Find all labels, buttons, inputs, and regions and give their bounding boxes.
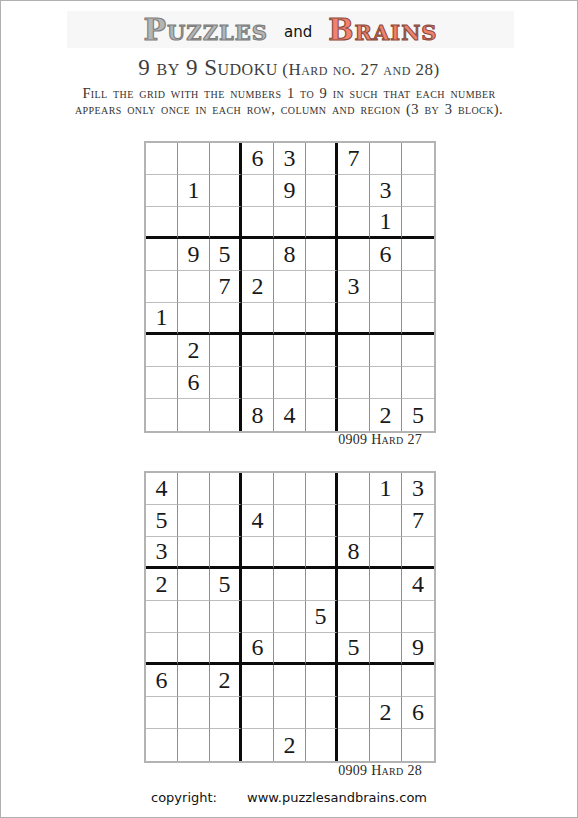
- g2-cell-r5c4: [242, 601, 274, 633]
- g1-cell-r7c6: [306, 335, 338, 367]
- page: Puzzles and Brains 9 by 9 Sudoku (Hard n…: [0, 0, 578, 818]
- g2-cell-r1c1: 4: [146, 473, 178, 505]
- g2-cell-r4c1: 2: [146, 569, 178, 601]
- g2-cell-r6c5: [274, 633, 306, 665]
- g2-cell-r8c9: 6: [402, 697, 434, 729]
- g1-cell-r7c1: [146, 335, 178, 367]
- g2-cell-r9c5: 2: [274, 729, 306, 761]
- g2-cell-r2c5: [274, 505, 306, 537]
- g1-cell-r7c8: [370, 335, 402, 367]
- g2-cell-r6c1: [146, 633, 178, 665]
- g1-cell-r4c8: 6: [370, 239, 402, 271]
- g2-cell-r4c8: [370, 569, 402, 601]
- g2-cell-r7c8: [370, 665, 402, 697]
- g2-cell-r1c7: [338, 473, 370, 505]
- g1-cell-r1c2: [178, 143, 210, 175]
- g2-cell-r1c4: [242, 473, 274, 505]
- g1-cell-r7c9: [402, 335, 434, 367]
- g1-cell-r9c2: [178, 399, 210, 431]
- logo-brains: Brains: [328, 15, 437, 45]
- g1-cell-r3c1: [146, 207, 178, 239]
- g1-cell-r4c5: 8: [274, 239, 306, 271]
- g1-cell-r1c1: [146, 143, 178, 175]
- g1-cell-r6c6: [306, 303, 338, 335]
- title-sub: (Hard no. 27 and 28): [282, 60, 440, 79]
- g2-cell-r9c1: [146, 729, 178, 761]
- g2-cell-r8c6: [306, 697, 338, 729]
- g2-cell-r2c4: 4: [242, 505, 274, 537]
- g2-cell-r6c2: [178, 633, 210, 665]
- g2-cell-r6c6: [306, 633, 338, 665]
- g1-cell-r6c9: [402, 303, 434, 335]
- g1-cell-r5c8: [370, 271, 402, 303]
- g2-cell-r3c7: 8: [338, 537, 370, 569]
- g1-cell-r2c8: 3: [370, 175, 402, 207]
- g2-cell-r9c7: [338, 729, 370, 761]
- logo-puzzles: Puzzles: [144, 15, 268, 45]
- g1-cell-r5c2: [178, 271, 210, 303]
- g2-cell-r3c3: [210, 537, 242, 569]
- g2-cell-r8c7: [338, 697, 370, 729]
- g2-cell-r2c8: [370, 505, 402, 537]
- g1-cell-r8c4: [242, 367, 274, 399]
- g2-cell-r6c3: [210, 633, 242, 665]
- g2-cell-r9c9: [402, 729, 434, 761]
- g1-cell-r5c5: [274, 271, 306, 303]
- sudoku-grid-hard-27: 637193195867231268425: [144, 141, 436, 433]
- g1-cell-r1c5: 3: [274, 143, 306, 175]
- g1-cell-r6c2: [178, 303, 210, 335]
- g1-cell-r9c9: 5: [402, 399, 434, 431]
- g1-cell-r6c8: [370, 303, 402, 335]
- g2-cell-r8c1: [146, 697, 178, 729]
- g1-cell-r3c7: [338, 207, 370, 239]
- g1-cell-r9c5: 4: [274, 399, 306, 431]
- g2-cell-r5c5: [274, 601, 306, 633]
- g1-cell-r1c8: [370, 143, 402, 175]
- g1-cell-r3c3: [210, 207, 242, 239]
- g2-cell-r2c6: [306, 505, 338, 537]
- g2-cell-r3c6: [306, 537, 338, 569]
- g1-cell-r9c6: [306, 399, 338, 431]
- g2-cell-r8c2: [178, 697, 210, 729]
- g2-cell-r7c3: 2: [210, 665, 242, 697]
- g2-cell-r9c6: [306, 729, 338, 761]
- instructions: Fill the grid with the numbers 1 to 9 in…: [1, 85, 577, 117]
- puzzle-label-hard-28: 0909 Hard 28: [144, 763, 436, 779]
- g2-cell-r7c9: [402, 665, 434, 697]
- g1-cell-r5c1: [146, 271, 178, 303]
- page-title: 9 by 9 Sudoku (Hard no. 27 and 28): [1, 55, 577, 81]
- g1-cell-r8c9: [402, 367, 434, 399]
- g1-cell-r9c1: [146, 399, 178, 431]
- g2-cell-r6c7: 5: [338, 633, 370, 665]
- g2-cell-r2c3: [210, 505, 242, 537]
- g1-cell-r4c4: [242, 239, 274, 271]
- g1-cell-r1c4: 6: [242, 143, 274, 175]
- g2-cell-r5c8: [370, 601, 402, 633]
- g2-cell-r5c1: [146, 601, 178, 633]
- g1-cell-r9c7: [338, 399, 370, 431]
- g1-cell-r8c3: [210, 367, 242, 399]
- g1-cell-r3c4: [242, 207, 274, 239]
- g1-cell-r8c1: [146, 367, 178, 399]
- g2-cell-r2c9: 7: [402, 505, 434, 537]
- g2-cell-r9c8: [370, 729, 402, 761]
- g1-cell-r2c5: 9: [274, 175, 306, 207]
- g2-cell-r3c4: [242, 537, 274, 569]
- g2-cell-r3c1: 3: [146, 537, 178, 569]
- g1-cell-r8c6: [306, 367, 338, 399]
- g1-cell-r2c7: [338, 175, 370, 207]
- g1-cell-r8c2: 6: [178, 367, 210, 399]
- g2-cell-r8c3: [210, 697, 242, 729]
- g2-cell-r5c2: [178, 601, 210, 633]
- g1-cell-r6c4: [242, 303, 274, 335]
- instructions-line-2: appears only once in each row, column an…: [1, 101, 577, 117]
- instructions-line-1: Fill the grid with the numbers 1 to 9 in…: [1, 85, 577, 101]
- g2-cell-r2c1: 5: [146, 505, 178, 537]
- g1-cell-r9c3: [210, 399, 242, 431]
- g2-cell-r1c2: [178, 473, 210, 505]
- g2-cell-r7c6: [306, 665, 338, 697]
- g1-cell-r5c7: 3: [338, 271, 370, 303]
- g2-cell-r1c5: [274, 473, 306, 505]
- g1-cell-r1c9: [402, 143, 434, 175]
- g1-cell-r2c4: [242, 175, 274, 207]
- g1-cell-r7c7: [338, 335, 370, 367]
- g1-cell-r1c7: 7: [338, 143, 370, 175]
- g1-cell-r3c6: [306, 207, 338, 239]
- g2-cell-r9c4: [242, 729, 274, 761]
- g1-cell-r5c3: 7: [210, 271, 242, 303]
- g1-cell-r7c4: [242, 335, 274, 367]
- g2-cell-r1c3: [210, 473, 242, 505]
- g1-cell-r9c4: 8: [242, 399, 274, 431]
- g1-cell-r8c5: [274, 367, 306, 399]
- g2-cell-r2c7: [338, 505, 370, 537]
- g1-cell-r2c1: [146, 175, 178, 207]
- g2-cell-r5c6: 5: [306, 601, 338, 633]
- g1-cell-r8c8: [370, 367, 402, 399]
- g2-cell-r3c5: [274, 537, 306, 569]
- g2-cell-r1c6: [306, 473, 338, 505]
- g1-cell-r7c2: 2: [178, 335, 210, 367]
- g2-cell-r4c2: [178, 569, 210, 601]
- g2-cell-r5c7: [338, 601, 370, 633]
- g1-cell-r4c1: [146, 239, 178, 271]
- g1-cell-r3c5: [274, 207, 306, 239]
- g1-cell-r4c6: [306, 239, 338, 271]
- g2-cell-r6c4: 6: [242, 633, 274, 665]
- g1-cell-r8c7: [338, 367, 370, 399]
- g1-cell-r2c3: [210, 175, 242, 207]
- g2-cell-r7c4: [242, 665, 274, 697]
- g2-cell-r7c1: 6: [146, 665, 178, 697]
- g2-cell-r4c5: [274, 569, 306, 601]
- g2-cell-r4c9: 4: [402, 569, 434, 601]
- g2-cell-r6c8: [370, 633, 402, 665]
- g2-cell-r7c7: [338, 665, 370, 697]
- g2-cell-r5c3: [210, 601, 242, 633]
- g2-cell-r9c2: [178, 729, 210, 761]
- g1-cell-r7c3: [210, 335, 242, 367]
- g2-cell-r8c4: [242, 697, 274, 729]
- g2-cell-r6c9: 9: [402, 633, 434, 665]
- g2-cell-r4c3: 5: [210, 569, 242, 601]
- g1-cell-r6c1: 1: [146, 303, 178, 335]
- g1-cell-r3c2: [178, 207, 210, 239]
- g1-cell-r6c7: [338, 303, 370, 335]
- g2-cell-r9c3: [210, 729, 242, 761]
- g1-cell-r3c8: 1: [370, 207, 402, 239]
- g1-cell-r4c7: [338, 239, 370, 271]
- logo-and: and: [284, 19, 312, 41]
- g2-cell-r4c7: [338, 569, 370, 601]
- g2-cell-r1c8: 1: [370, 473, 402, 505]
- footer: copyright: www.puzzlesandbrains.com: [1, 790, 577, 805]
- g1-cell-r2c2: 1: [178, 175, 210, 207]
- g1-cell-r1c6: [306, 143, 338, 175]
- g1-cell-r5c6: [306, 271, 338, 303]
- g2-cell-r5c9: [402, 601, 434, 633]
- g1-cell-r3c9: [402, 207, 434, 239]
- copyright-label: copyright:: [151, 790, 217, 805]
- g1-cell-r2c9: [402, 175, 434, 207]
- g2-cell-r4c4: [242, 569, 274, 601]
- puzzle-label-hard-27: 0909 Hard 27: [144, 432, 436, 448]
- logo-band: Puzzles and Brains: [67, 11, 514, 48]
- g1-cell-r9c8: 2: [370, 399, 402, 431]
- g2-cell-r8c8: 2: [370, 697, 402, 729]
- g2-cell-r4c6: [306, 569, 338, 601]
- g2-cell-r3c8: [370, 537, 402, 569]
- title-main: 9 by 9 Sudoku: [138, 55, 278, 80]
- g1-cell-r4c9: [402, 239, 434, 271]
- g2-cell-r7c5: [274, 665, 306, 697]
- g1-cell-r5c9: [402, 271, 434, 303]
- g2-cell-r2c2: [178, 505, 210, 537]
- g2-cell-r1c9: 3: [402, 473, 434, 505]
- g2-cell-r7c2: [178, 665, 210, 697]
- g1-cell-r6c5: [274, 303, 306, 335]
- sudoku-grid-hard-28: 41354738254565962262: [144, 471, 436, 763]
- g1-cell-r4c2: 9: [178, 239, 210, 271]
- g1-cell-r7c5: [274, 335, 306, 367]
- site-url: www.puzzlesandbrains.com: [247, 790, 427, 805]
- g2-cell-r8c5: [274, 697, 306, 729]
- g1-cell-r1c3: [210, 143, 242, 175]
- g2-cell-r3c9: [402, 537, 434, 569]
- g1-cell-r5c4: 2: [242, 271, 274, 303]
- g1-cell-r6c3: [210, 303, 242, 335]
- g1-cell-r2c6: [306, 175, 338, 207]
- g2-cell-r3c2: [178, 537, 210, 569]
- g1-cell-r4c3: 5: [210, 239, 242, 271]
